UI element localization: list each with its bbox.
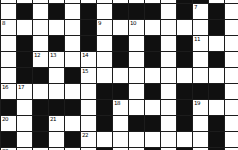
cell-r9-c10[interactable]: [161, 132, 176, 147]
cell-r1-c10[interactable]: [161, 4, 176, 19]
cell-r9-c5[interactable]: 22: [81, 132, 96, 147]
block-r5-c2: [33, 68, 48, 83]
cell-r5-c9[interactable]: [145, 68, 160, 83]
cell-r7-c13[interactable]: [209, 100, 224, 115]
cell-r10-c14[interactable]: [225, 148, 238, 150]
block-r3-c1: [17, 36, 32, 51]
cell-r10-c4[interactable]: [65, 148, 80, 150]
cell-r9-c7[interactable]: [113, 132, 128, 147]
cell-r2-c0[interactable]: 8: [1, 20, 16, 35]
clue-number-15: 15: [82, 68, 88, 74]
block-r1-c5: [81, 4, 96, 19]
cell-r3-c8[interactable]: [129, 36, 144, 51]
block-r9-c13: [209, 132, 224, 147]
block-r7-c2: [33, 100, 48, 115]
block-r1-c8: [129, 4, 144, 19]
cell-r4-c6[interactable]: [97, 52, 112, 67]
cell-r0-c14[interactable]: [225, 0, 238, 3]
block-r10-c9: [145, 148, 160, 150]
cell-r1-c6[interactable]: [97, 4, 112, 19]
block-r3-c9: [145, 36, 160, 51]
block-r10-c13: [209, 148, 224, 150]
block-r3-c7: [113, 36, 128, 51]
cell-r10-c5[interactable]: [81, 148, 96, 150]
block-r6-c12: [193, 84, 208, 99]
cell-r4-c2[interactable]: 12: [33, 52, 48, 67]
cell-r10-c3[interactable]: [49, 148, 64, 150]
cell-r1-c12[interactable]: 7: [193, 4, 208, 19]
cell-r2-c8[interactable]: 10: [129, 20, 144, 35]
cell-r7-c5[interactable]: [81, 100, 96, 115]
cell-r1-c4[interactable]: [65, 4, 80, 19]
cell-r7-c8[interactable]: [129, 100, 144, 115]
cell-r5-c13[interactable]: [209, 68, 224, 83]
block-r4-c9: [145, 52, 160, 67]
cell-r2-c14[interactable]: [225, 20, 238, 35]
cell-r5-c11[interactable]: [177, 68, 192, 83]
block-r6-c11: [177, 84, 192, 99]
cell-r9-c9[interactable]: [145, 132, 160, 147]
cell-r4-c3[interactable]: 13: [49, 52, 64, 67]
cell-r5-c12[interactable]: [193, 68, 208, 83]
block-r4-c1: [17, 52, 32, 67]
cell-r2-c2[interactable]: [33, 20, 48, 35]
block-r8-c6: [97, 116, 112, 131]
cell-r7-c14[interactable]: [225, 100, 238, 115]
cell-r8-c1[interactable]: [17, 116, 32, 131]
cell-r3-c13[interactable]: [209, 36, 224, 51]
cell-r3-c14[interactable]: [225, 36, 238, 51]
clue-number-12: 12: [34, 52, 40, 58]
cell-r2-c12[interactable]: [193, 20, 208, 35]
cell-r0-c6[interactable]: [97, 0, 112, 3]
cell-r7-c7[interactable]: 18: [113, 100, 128, 115]
cell-r6-c1[interactable]: 17: [17, 84, 32, 99]
cell-r4-c5[interactable]: 14: [81, 52, 96, 67]
block-r5-c1: [17, 68, 32, 83]
cell-r6-c4[interactable]: [65, 84, 80, 99]
cell-r2-c7[interactable]: [113, 20, 128, 35]
clue-number-21: 21: [50, 116, 56, 122]
block-r4-c13: [209, 52, 224, 67]
cell-r2-c1[interactable]: [17, 20, 32, 35]
block-r2-c13: [209, 20, 224, 35]
cell-r10-c7[interactable]: [113, 148, 128, 150]
cell-r10-c12[interactable]: [193, 148, 208, 150]
block-r9-c0: [1, 132, 16, 147]
block-r8-c9: [145, 116, 160, 131]
clue-number-20: 20: [2, 116, 8, 122]
cell-r2-c4[interactable]: [65, 20, 80, 35]
cell-r2-c6[interactable]: 9: [97, 20, 112, 35]
cell-r5-c5[interactable]: 15: [81, 68, 96, 83]
cell-r8-c7[interactable]: [113, 116, 128, 131]
block-r3-c3: [49, 36, 64, 51]
block-r0-c12: [193, 0, 208, 3]
cell-r7-c1[interactable]: [17, 100, 32, 115]
cell-r1-c2[interactable]: [33, 4, 48, 19]
block-r1-c11: [177, 4, 192, 19]
cell-r8-c14[interactable]: [225, 116, 238, 131]
block-r6-c6: [97, 84, 112, 99]
block-r10-c11: [177, 148, 192, 150]
cell-r3-c0[interactable]: [1, 36, 16, 51]
clue-number-7: 7: [194, 4, 197, 10]
clue-number-14: 14: [82, 52, 88, 58]
cell-r7-c9[interactable]: [145, 100, 160, 115]
cell-r7-c10[interactable]: [161, 100, 176, 115]
cell-r0-c10[interactable]: [161, 0, 176, 3]
cell-r1-c14[interactable]: [225, 4, 238, 19]
cell-r3-c4[interactable]: [65, 36, 80, 51]
block-r2-c5: [81, 20, 96, 35]
cell-r8-c12[interactable]: [193, 116, 208, 131]
cell-r6-c14[interactable]: [225, 84, 238, 99]
block-r6-c7: [113, 84, 128, 99]
cell-r8-c3[interactable]: 21: [49, 116, 64, 131]
cell-r6-c5[interactable]: [81, 84, 96, 99]
cell-r6-c8[interactable]: [129, 84, 144, 99]
crossword-grid: 7891011121314151617181920212223: [0, 0, 238, 150]
cell-r9-c11[interactable]: [177, 132, 192, 147]
cell-r4-c14[interactable]: [225, 52, 238, 67]
block-r9-c4: [65, 132, 80, 147]
cell-r0-c8[interactable]: [129, 0, 144, 3]
block-r0-c11: [177, 0, 192, 3]
block-r7-c6: [97, 100, 112, 115]
cell-r6-c0[interactable]: 16: [1, 84, 16, 99]
cell-r9-c3[interactable]: [49, 132, 64, 147]
block-r7-c4: [65, 100, 80, 115]
block-r1-c13: [209, 4, 224, 19]
cell-r3-c6[interactable]: [97, 36, 112, 51]
block-r8-c11: [177, 116, 192, 131]
block-r7-c0: [1, 100, 16, 115]
cell-r8-c0[interactable]: 20: [1, 116, 16, 131]
cell-r2-c10[interactable]: [161, 20, 176, 35]
clue-number-8: 8: [2, 20, 5, 26]
cell-r6-c10[interactable]: [161, 84, 176, 99]
cell-r5-c0[interactable]: [1, 68, 16, 83]
block-r1-c1: [17, 4, 32, 19]
clue-number-17: 17: [18, 84, 24, 90]
cell-r0-c3[interactable]: [49, 0, 64, 3]
crossword-screenshot: 7891011121314151617181920212223: [0, 0, 238, 150]
cell-r1-c0[interactable]: [1, 4, 16, 19]
cell-r4-c4[interactable]: [65, 52, 80, 67]
clue-number-18: 18: [114, 100, 120, 106]
cell-r5-c14[interactable]: [225, 68, 238, 83]
cell-r2-c3[interactable]: [49, 20, 64, 35]
block-r7-c11: [177, 100, 192, 115]
cell-r4-c10[interactable]: [161, 52, 176, 67]
cell-r10-c2[interactable]: [33, 148, 48, 150]
block-r9-c2: [33, 132, 48, 147]
cell-r9-c6[interactable]: [97, 132, 112, 147]
cell-r10-c0[interactable]: 23: [1, 148, 16, 150]
cell-r0-c1[interactable]: [17, 0, 32, 3]
cell-r10-c1[interactable]: [17, 148, 32, 150]
cell-r4-c12[interactable]: [193, 52, 208, 67]
cell-r3-c2[interactable]: [33, 36, 48, 51]
cell-r9-c8[interactable]: [129, 132, 144, 147]
block-r4-c7: [113, 52, 128, 67]
cell-r0-c2[interactable]: [33, 0, 48, 3]
block-r3-c11: [177, 36, 192, 51]
block-r5-c4: [65, 68, 80, 83]
cell-r4-c0[interactable]: [1, 52, 16, 67]
block-r10-c6: [97, 148, 112, 150]
clue-number-9: 9: [98, 20, 101, 26]
cell-r3-c12[interactable]: 11: [193, 36, 208, 51]
block-r6-c13: [209, 84, 224, 99]
block-r1-c3: [49, 4, 64, 19]
cell-r9-c14[interactable]: [225, 132, 238, 147]
cell-r6-c2[interactable]: [33, 84, 48, 99]
clue-number-13: 13: [50, 52, 56, 58]
clue-number-10: 10: [130, 20, 136, 26]
cell-r6-c3[interactable]: [49, 84, 64, 99]
clue-number-11: 11: [194, 36, 200, 42]
block-r1-c9: [145, 4, 160, 19]
cell-r0-c4[interactable]: [65, 0, 80, 3]
clue-number-19: 19: [194, 100, 200, 106]
block-r4-c11: [177, 52, 192, 67]
cell-r0-c5[interactable]: [81, 0, 96, 3]
cell-r4-c8[interactable]: [129, 52, 144, 67]
cell-r9-c12[interactable]: [193, 132, 208, 147]
cell-r2-c11[interactable]: [177, 20, 192, 35]
clue-number-16: 16: [2, 84, 8, 90]
clue-number-23: 23: [2, 148, 8, 150]
block-r6-c9: [145, 84, 160, 99]
cell-r8-c4[interactable]: [65, 116, 80, 131]
cell-r5-c6[interactable]: [97, 68, 112, 83]
clue-number-22: 22: [82, 132, 88, 138]
cell-r0-c0[interactable]: [1, 0, 16, 3]
block-r8-c8: [129, 116, 144, 131]
cell-r8-c5[interactable]: [81, 116, 96, 131]
cell-r2-c9[interactable]: [145, 20, 160, 35]
cell-r8-c10[interactable]: [161, 116, 176, 131]
block-r7-c3: [49, 100, 64, 115]
cell-r7-c12[interactable]: 19: [193, 100, 208, 115]
cell-r3-c10[interactable]: [161, 36, 176, 51]
block-r1-c7: [113, 4, 128, 19]
cell-r0-c7[interactable]: [113, 0, 128, 3]
block-r8-c2: [33, 116, 48, 131]
cell-r5-c7[interactable]: [113, 68, 128, 83]
cell-r0-c13[interactable]: [209, 0, 224, 3]
cell-r5-c3[interactable]: [49, 68, 64, 83]
cell-r10-c8[interactable]: [129, 148, 144, 150]
block-r3-c5: [81, 36, 96, 51]
cell-r10-c10[interactable]: [161, 148, 176, 150]
cell-r0-c9[interactable]: [145, 0, 160, 3]
cell-r9-c1[interactable]: [17, 132, 32, 147]
cell-r5-c8[interactable]: [129, 68, 144, 83]
block-r8-c13: [209, 116, 224, 131]
cell-r5-c10[interactable]: [161, 68, 176, 83]
